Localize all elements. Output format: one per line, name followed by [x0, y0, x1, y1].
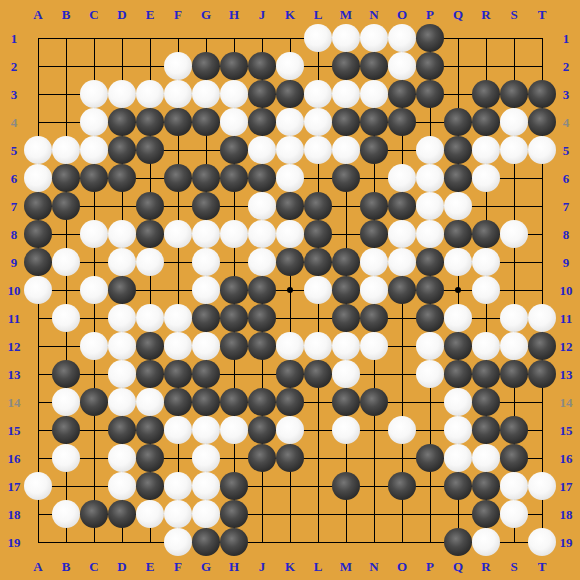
point-D17[interactable]: [108, 472, 136, 500]
point-Q2[interactable]: [444, 52, 472, 80]
point-N1[interactable]: [360, 24, 388, 52]
point-S9[interactable]: [500, 248, 528, 276]
point-L7[interactable]: [304, 192, 332, 220]
point-J8[interactable]: [248, 220, 276, 248]
point-Q4[interactable]: [444, 108, 472, 136]
point-J1[interactable]: [248, 24, 276, 52]
point-N7[interactable]: [360, 192, 388, 220]
point-H9[interactable]: [220, 248, 248, 276]
point-M3[interactable]: [332, 80, 360, 108]
point-A8[interactable]: [24, 220, 52, 248]
point-S19[interactable]: [500, 528, 528, 556]
point-R3[interactable]: [472, 80, 500, 108]
point-A14[interactable]: [24, 388, 52, 416]
point-O19[interactable]: [388, 528, 416, 556]
point-T12[interactable]: [528, 332, 556, 360]
point-Q10[interactable]: [444, 276, 472, 304]
point-R16[interactable]: [472, 444, 500, 472]
point-S3[interactable]: [500, 80, 528, 108]
point-F15[interactable]: [164, 416, 192, 444]
point-J2[interactable]: [248, 52, 276, 80]
point-R7[interactable]: [472, 192, 500, 220]
point-A5[interactable]: [24, 136, 52, 164]
point-B14[interactable]: [52, 388, 80, 416]
point-F19[interactable]: [164, 528, 192, 556]
point-G19[interactable]: [192, 528, 220, 556]
point-F9[interactable]: [164, 248, 192, 276]
point-K12[interactable]: [276, 332, 304, 360]
point-K6[interactable]: [276, 164, 304, 192]
point-A7[interactable]: [24, 192, 52, 220]
point-A2[interactable]: [24, 52, 52, 80]
point-L3[interactable]: [304, 80, 332, 108]
point-R10[interactable]: [472, 276, 500, 304]
point-M10[interactable]: [332, 276, 360, 304]
point-L11[interactable]: [304, 304, 332, 332]
point-P18[interactable]: [416, 500, 444, 528]
point-G5[interactable]: [192, 136, 220, 164]
point-R6[interactable]: [472, 164, 500, 192]
point-G2[interactable]: [192, 52, 220, 80]
point-C8[interactable]: [80, 220, 108, 248]
point-K4[interactable]: [276, 108, 304, 136]
point-A6[interactable]: [24, 164, 52, 192]
point-B5[interactable]: [52, 136, 80, 164]
point-A13[interactable]: [24, 360, 52, 388]
point-Q19[interactable]: [444, 528, 472, 556]
point-J5[interactable]: [248, 136, 276, 164]
point-L2[interactable]: [304, 52, 332, 80]
point-M2[interactable]: [332, 52, 360, 80]
point-C4[interactable]: [80, 108, 108, 136]
point-F8[interactable]: [164, 220, 192, 248]
point-Q8[interactable]: [444, 220, 472, 248]
point-O6[interactable]: [388, 164, 416, 192]
point-A3[interactable]: [24, 80, 52, 108]
point-C2[interactable]: [80, 52, 108, 80]
point-R8[interactable]: [472, 220, 500, 248]
point-N9[interactable]: [360, 248, 388, 276]
point-N8[interactable]: [360, 220, 388, 248]
point-H4[interactable]: [220, 108, 248, 136]
point-S7[interactable]: [500, 192, 528, 220]
point-Q3[interactable]: [444, 80, 472, 108]
point-Q15[interactable]: [444, 416, 472, 444]
point-S8[interactable]: [500, 220, 528, 248]
point-C15[interactable]: [80, 416, 108, 444]
point-K14[interactable]: [276, 388, 304, 416]
point-A19[interactable]: [24, 528, 52, 556]
point-Q9[interactable]: [444, 248, 472, 276]
point-T8[interactable]: [528, 220, 556, 248]
point-D3[interactable]: [108, 80, 136, 108]
point-S1[interactable]: [500, 24, 528, 52]
point-B13[interactable]: [52, 360, 80, 388]
point-N11[interactable]: [360, 304, 388, 332]
point-E4[interactable]: [136, 108, 164, 136]
point-G6[interactable]: [192, 164, 220, 192]
point-H13[interactable]: [220, 360, 248, 388]
point-H2[interactable]: [220, 52, 248, 80]
point-P4[interactable]: [416, 108, 444, 136]
point-M8[interactable]: [332, 220, 360, 248]
point-G11[interactable]: [192, 304, 220, 332]
point-R9[interactable]: [472, 248, 500, 276]
point-R12[interactable]: [472, 332, 500, 360]
point-K8[interactable]: [276, 220, 304, 248]
point-K9[interactable]: [276, 248, 304, 276]
point-S17[interactable]: [500, 472, 528, 500]
point-B16[interactable]: [52, 444, 80, 472]
point-Q17[interactable]: [444, 472, 472, 500]
point-L9[interactable]: [304, 248, 332, 276]
point-M17[interactable]: [332, 472, 360, 500]
point-P8[interactable]: [416, 220, 444, 248]
point-T2[interactable]: [528, 52, 556, 80]
point-J12[interactable]: [248, 332, 276, 360]
point-R14[interactable]: [472, 388, 500, 416]
point-H10[interactable]: [220, 276, 248, 304]
point-O7[interactable]: [388, 192, 416, 220]
point-G13[interactable]: [192, 360, 220, 388]
point-C9[interactable]: [80, 248, 108, 276]
point-K15[interactable]: [276, 416, 304, 444]
point-J19[interactable]: [248, 528, 276, 556]
point-L6[interactable]: [304, 164, 332, 192]
point-T19[interactable]: [528, 528, 556, 556]
point-G16[interactable]: [192, 444, 220, 472]
point-O10[interactable]: [388, 276, 416, 304]
point-T7[interactable]: [528, 192, 556, 220]
point-P14[interactable]: [416, 388, 444, 416]
point-E18[interactable]: [136, 500, 164, 528]
point-F3[interactable]: [164, 80, 192, 108]
point-K11[interactable]: [276, 304, 304, 332]
point-H14[interactable]: [220, 388, 248, 416]
point-T16[interactable]: [528, 444, 556, 472]
point-B10[interactable]: [52, 276, 80, 304]
point-P5[interactable]: [416, 136, 444, 164]
point-S10[interactable]: [500, 276, 528, 304]
point-E16[interactable]: [136, 444, 164, 472]
point-E13[interactable]: [136, 360, 164, 388]
point-C18[interactable]: [80, 500, 108, 528]
point-B4[interactable]: [52, 108, 80, 136]
point-P2[interactable]: [416, 52, 444, 80]
point-J16[interactable]: [248, 444, 276, 472]
point-M13[interactable]: [332, 360, 360, 388]
point-F13[interactable]: [164, 360, 192, 388]
point-E14[interactable]: [136, 388, 164, 416]
point-O16[interactable]: [388, 444, 416, 472]
point-L16[interactable]: [304, 444, 332, 472]
point-F16[interactable]: [164, 444, 192, 472]
point-C16[interactable]: [80, 444, 108, 472]
point-N10[interactable]: [360, 276, 388, 304]
point-M6[interactable]: [332, 164, 360, 192]
point-C19[interactable]: [80, 528, 108, 556]
point-C7[interactable]: [80, 192, 108, 220]
point-Q16[interactable]: [444, 444, 472, 472]
point-T1[interactable]: [528, 24, 556, 52]
point-T17[interactable]: [528, 472, 556, 500]
point-B11[interactable]: [52, 304, 80, 332]
point-L1[interactable]: [304, 24, 332, 52]
point-D12[interactable]: [108, 332, 136, 360]
point-K2[interactable]: [276, 52, 304, 80]
point-K13[interactable]: [276, 360, 304, 388]
point-C3[interactable]: [80, 80, 108, 108]
point-L5[interactable]: [304, 136, 332, 164]
point-J10[interactable]: [248, 276, 276, 304]
point-M5[interactable]: [332, 136, 360, 164]
point-R5[interactable]: [472, 136, 500, 164]
point-S4[interactable]: [500, 108, 528, 136]
point-B6[interactable]: [52, 164, 80, 192]
point-N5[interactable]: [360, 136, 388, 164]
point-D14[interactable]: [108, 388, 136, 416]
point-A17[interactable]: [24, 472, 52, 500]
point-C17[interactable]: [80, 472, 108, 500]
point-D11[interactable]: [108, 304, 136, 332]
point-D16[interactable]: [108, 444, 136, 472]
point-J7[interactable]: [248, 192, 276, 220]
point-L19[interactable]: [304, 528, 332, 556]
point-O9[interactable]: [388, 248, 416, 276]
point-D9[interactable]: [108, 248, 136, 276]
point-H12[interactable]: [220, 332, 248, 360]
point-K17[interactable]: [276, 472, 304, 500]
point-G14[interactable]: [192, 388, 220, 416]
point-N6[interactable]: [360, 164, 388, 192]
point-O18[interactable]: [388, 500, 416, 528]
point-M15[interactable]: [332, 416, 360, 444]
point-R4[interactable]: [472, 108, 500, 136]
point-R1[interactable]: [472, 24, 500, 52]
point-J3[interactable]: [248, 80, 276, 108]
point-C11[interactable]: [80, 304, 108, 332]
point-N14[interactable]: [360, 388, 388, 416]
point-L15[interactable]: [304, 416, 332, 444]
point-F7[interactable]: [164, 192, 192, 220]
point-C10[interactable]: [80, 276, 108, 304]
point-G9[interactable]: [192, 248, 220, 276]
point-H6[interactable]: [220, 164, 248, 192]
point-G7[interactable]: [192, 192, 220, 220]
point-P6[interactable]: [416, 164, 444, 192]
point-H16[interactable]: [220, 444, 248, 472]
point-F10[interactable]: [164, 276, 192, 304]
point-D19[interactable]: [108, 528, 136, 556]
point-F2[interactable]: [164, 52, 192, 80]
point-E11[interactable]: [136, 304, 164, 332]
point-B3[interactable]: [52, 80, 80, 108]
point-T11[interactable]: [528, 304, 556, 332]
point-B1[interactable]: [52, 24, 80, 52]
point-S5[interactable]: [500, 136, 528, 164]
point-F18[interactable]: [164, 500, 192, 528]
point-S13[interactable]: [500, 360, 528, 388]
point-L13[interactable]: [304, 360, 332, 388]
point-E15[interactable]: [136, 416, 164, 444]
point-T13[interactable]: [528, 360, 556, 388]
point-E6[interactable]: [136, 164, 164, 192]
point-Q13[interactable]: [444, 360, 472, 388]
point-Q1[interactable]: [444, 24, 472, 52]
point-G12[interactable]: [192, 332, 220, 360]
point-P11[interactable]: [416, 304, 444, 332]
point-T3[interactable]: [528, 80, 556, 108]
point-J17[interactable]: [248, 472, 276, 500]
point-R2[interactable]: [472, 52, 500, 80]
point-B8[interactable]: [52, 220, 80, 248]
point-S15[interactable]: [500, 416, 528, 444]
point-B12[interactable]: [52, 332, 80, 360]
point-O2[interactable]: [388, 52, 416, 80]
point-B19[interactable]: [52, 528, 80, 556]
point-F11[interactable]: [164, 304, 192, 332]
point-R15[interactable]: [472, 416, 500, 444]
point-L17[interactable]: [304, 472, 332, 500]
point-D7[interactable]: [108, 192, 136, 220]
point-Q18[interactable]: [444, 500, 472, 528]
point-P13[interactable]: [416, 360, 444, 388]
point-A10[interactable]: [24, 276, 52, 304]
point-P19[interactable]: [416, 528, 444, 556]
point-O4[interactable]: [388, 108, 416, 136]
point-E3[interactable]: [136, 80, 164, 108]
point-P7[interactable]: [416, 192, 444, 220]
point-D5[interactable]: [108, 136, 136, 164]
point-P1[interactable]: [416, 24, 444, 52]
point-G3[interactable]: [192, 80, 220, 108]
point-T15[interactable]: [528, 416, 556, 444]
point-H5[interactable]: [220, 136, 248, 164]
point-Q12[interactable]: [444, 332, 472, 360]
point-T9[interactable]: [528, 248, 556, 276]
point-K19[interactable]: [276, 528, 304, 556]
point-O13[interactable]: [388, 360, 416, 388]
point-L10[interactable]: [304, 276, 332, 304]
point-S14[interactable]: [500, 388, 528, 416]
point-P10[interactable]: [416, 276, 444, 304]
point-J4[interactable]: [248, 108, 276, 136]
point-H18[interactable]: [220, 500, 248, 528]
point-D6[interactable]: [108, 164, 136, 192]
point-J6[interactable]: [248, 164, 276, 192]
point-E2[interactable]: [136, 52, 164, 80]
point-D1[interactable]: [108, 24, 136, 52]
point-C5[interactable]: [80, 136, 108, 164]
point-D8[interactable]: [108, 220, 136, 248]
point-O5[interactable]: [388, 136, 416, 164]
point-D18[interactable]: [108, 500, 136, 528]
point-H17[interactable]: [220, 472, 248, 500]
point-J15[interactable]: [248, 416, 276, 444]
point-N12[interactable]: [360, 332, 388, 360]
point-S6[interactable]: [500, 164, 528, 192]
point-E8[interactable]: [136, 220, 164, 248]
point-E10[interactable]: [136, 276, 164, 304]
point-D4[interactable]: [108, 108, 136, 136]
point-N19[interactable]: [360, 528, 388, 556]
point-M4[interactable]: [332, 108, 360, 136]
point-A16[interactable]: [24, 444, 52, 472]
point-B15[interactable]: [52, 416, 80, 444]
point-O8[interactable]: [388, 220, 416, 248]
point-L18[interactable]: [304, 500, 332, 528]
point-A18[interactable]: [24, 500, 52, 528]
point-T10[interactable]: [528, 276, 556, 304]
point-G4[interactable]: [192, 108, 220, 136]
point-K5[interactable]: [276, 136, 304, 164]
point-S12[interactable]: [500, 332, 528, 360]
point-J14[interactable]: [248, 388, 276, 416]
point-S11[interactable]: [500, 304, 528, 332]
point-F6[interactable]: [164, 164, 192, 192]
point-G18[interactable]: [192, 500, 220, 528]
point-F17[interactable]: [164, 472, 192, 500]
point-N4[interactable]: [360, 108, 388, 136]
point-N16[interactable]: [360, 444, 388, 472]
point-D15[interactable]: [108, 416, 136, 444]
point-D10[interactable]: [108, 276, 136, 304]
point-T18[interactable]: [528, 500, 556, 528]
point-L12[interactable]: [304, 332, 332, 360]
point-O14[interactable]: [388, 388, 416, 416]
point-C13[interactable]: [80, 360, 108, 388]
point-K18[interactable]: [276, 500, 304, 528]
point-M12[interactable]: [332, 332, 360, 360]
point-B17[interactable]: [52, 472, 80, 500]
point-H15[interactable]: [220, 416, 248, 444]
point-N18[interactable]: [360, 500, 388, 528]
point-E9[interactable]: [136, 248, 164, 276]
point-Q14[interactable]: [444, 388, 472, 416]
point-C12[interactable]: [80, 332, 108, 360]
point-H7[interactable]: [220, 192, 248, 220]
point-O17[interactable]: [388, 472, 416, 500]
point-A4[interactable]: [24, 108, 52, 136]
point-R13[interactable]: [472, 360, 500, 388]
point-F14[interactable]: [164, 388, 192, 416]
point-G8[interactable]: [192, 220, 220, 248]
point-K3[interactable]: [276, 80, 304, 108]
point-L8[interactable]: [304, 220, 332, 248]
point-O1[interactable]: [388, 24, 416, 52]
point-A9[interactable]: [24, 248, 52, 276]
point-J18[interactable]: [248, 500, 276, 528]
point-R19[interactable]: [472, 528, 500, 556]
point-M14[interactable]: [332, 388, 360, 416]
point-E12[interactable]: [136, 332, 164, 360]
point-F4[interactable]: [164, 108, 192, 136]
point-H8[interactable]: [220, 220, 248, 248]
point-B18[interactable]: [52, 500, 80, 528]
point-L14[interactable]: [304, 388, 332, 416]
point-M9[interactable]: [332, 248, 360, 276]
point-S18[interactable]: [500, 500, 528, 528]
point-K7[interactable]: [276, 192, 304, 220]
point-B2[interactable]: [52, 52, 80, 80]
point-G1[interactable]: [192, 24, 220, 52]
point-O12[interactable]: [388, 332, 416, 360]
point-B7[interactable]: [52, 192, 80, 220]
point-P3[interactable]: [416, 80, 444, 108]
point-N15[interactable]: [360, 416, 388, 444]
point-P17[interactable]: [416, 472, 444, 500]
point-R11[interactable]: [472, 304, 500, 332]
